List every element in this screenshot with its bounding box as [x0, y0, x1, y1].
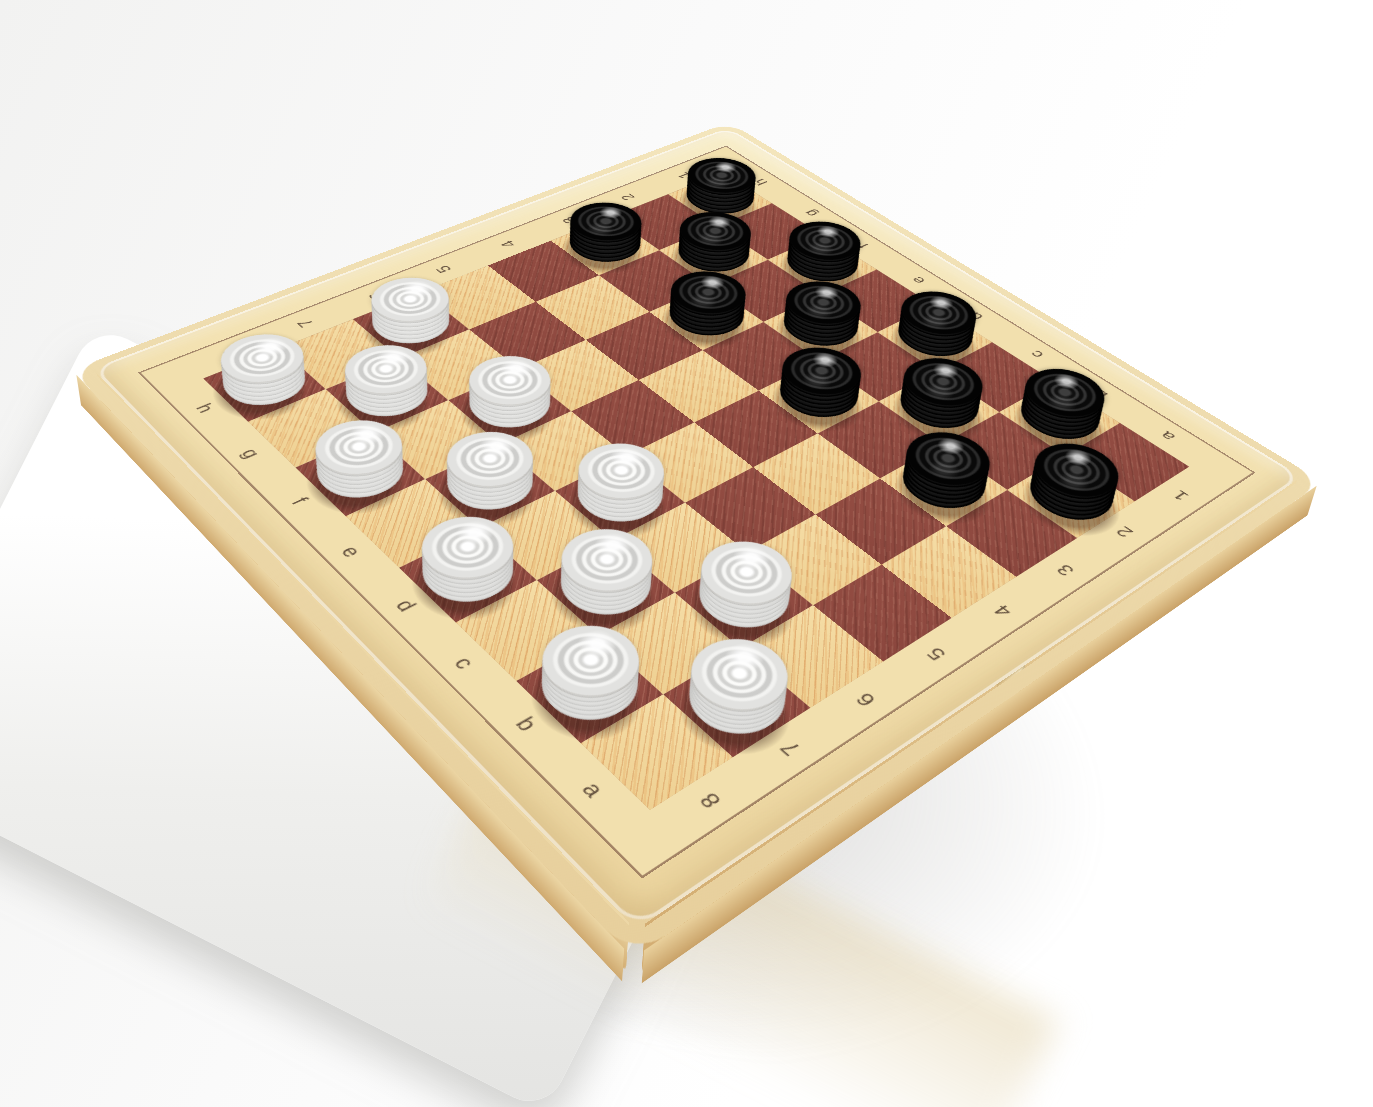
checkers-board: hgfedcba1122334455667788hgfedcba — [99, 168, 1288, 980]
white-man-g7[interactable] — [332, 362, 442, 429]
square-f6[interactable] — [448, 369, 571, 444]
scene-stage: hgfedcba1122334455667788hgfedcba — [0, 0, 1373, 1107]
perspective-scene: hgfedcba1122334455667788hgfedcba — [0, 0, 1373, 1107]
black-man-d3[interactable] — [765, 364, 873, 429]
board-lid-top: hgfedcba1122334455667788hgfedcba — [93, 128, 1302, 930]
square-d6[interactable] — [555, 456, 685, 541]
near-file-label-g: g — [207, 422, 296, 486]
black-man-b1[interactable] — [1005, 385, 1114, 452]
scene-tilt: hgfedcba1122334455667788hgfedcba — [0, 0, 1373, 1107]
white-man-f6[interactable] — [455, 373, 566, 441]
printed-play-area: hgfedcba1122334455667788hgfedcba — [141, 147, 1253, 876]
